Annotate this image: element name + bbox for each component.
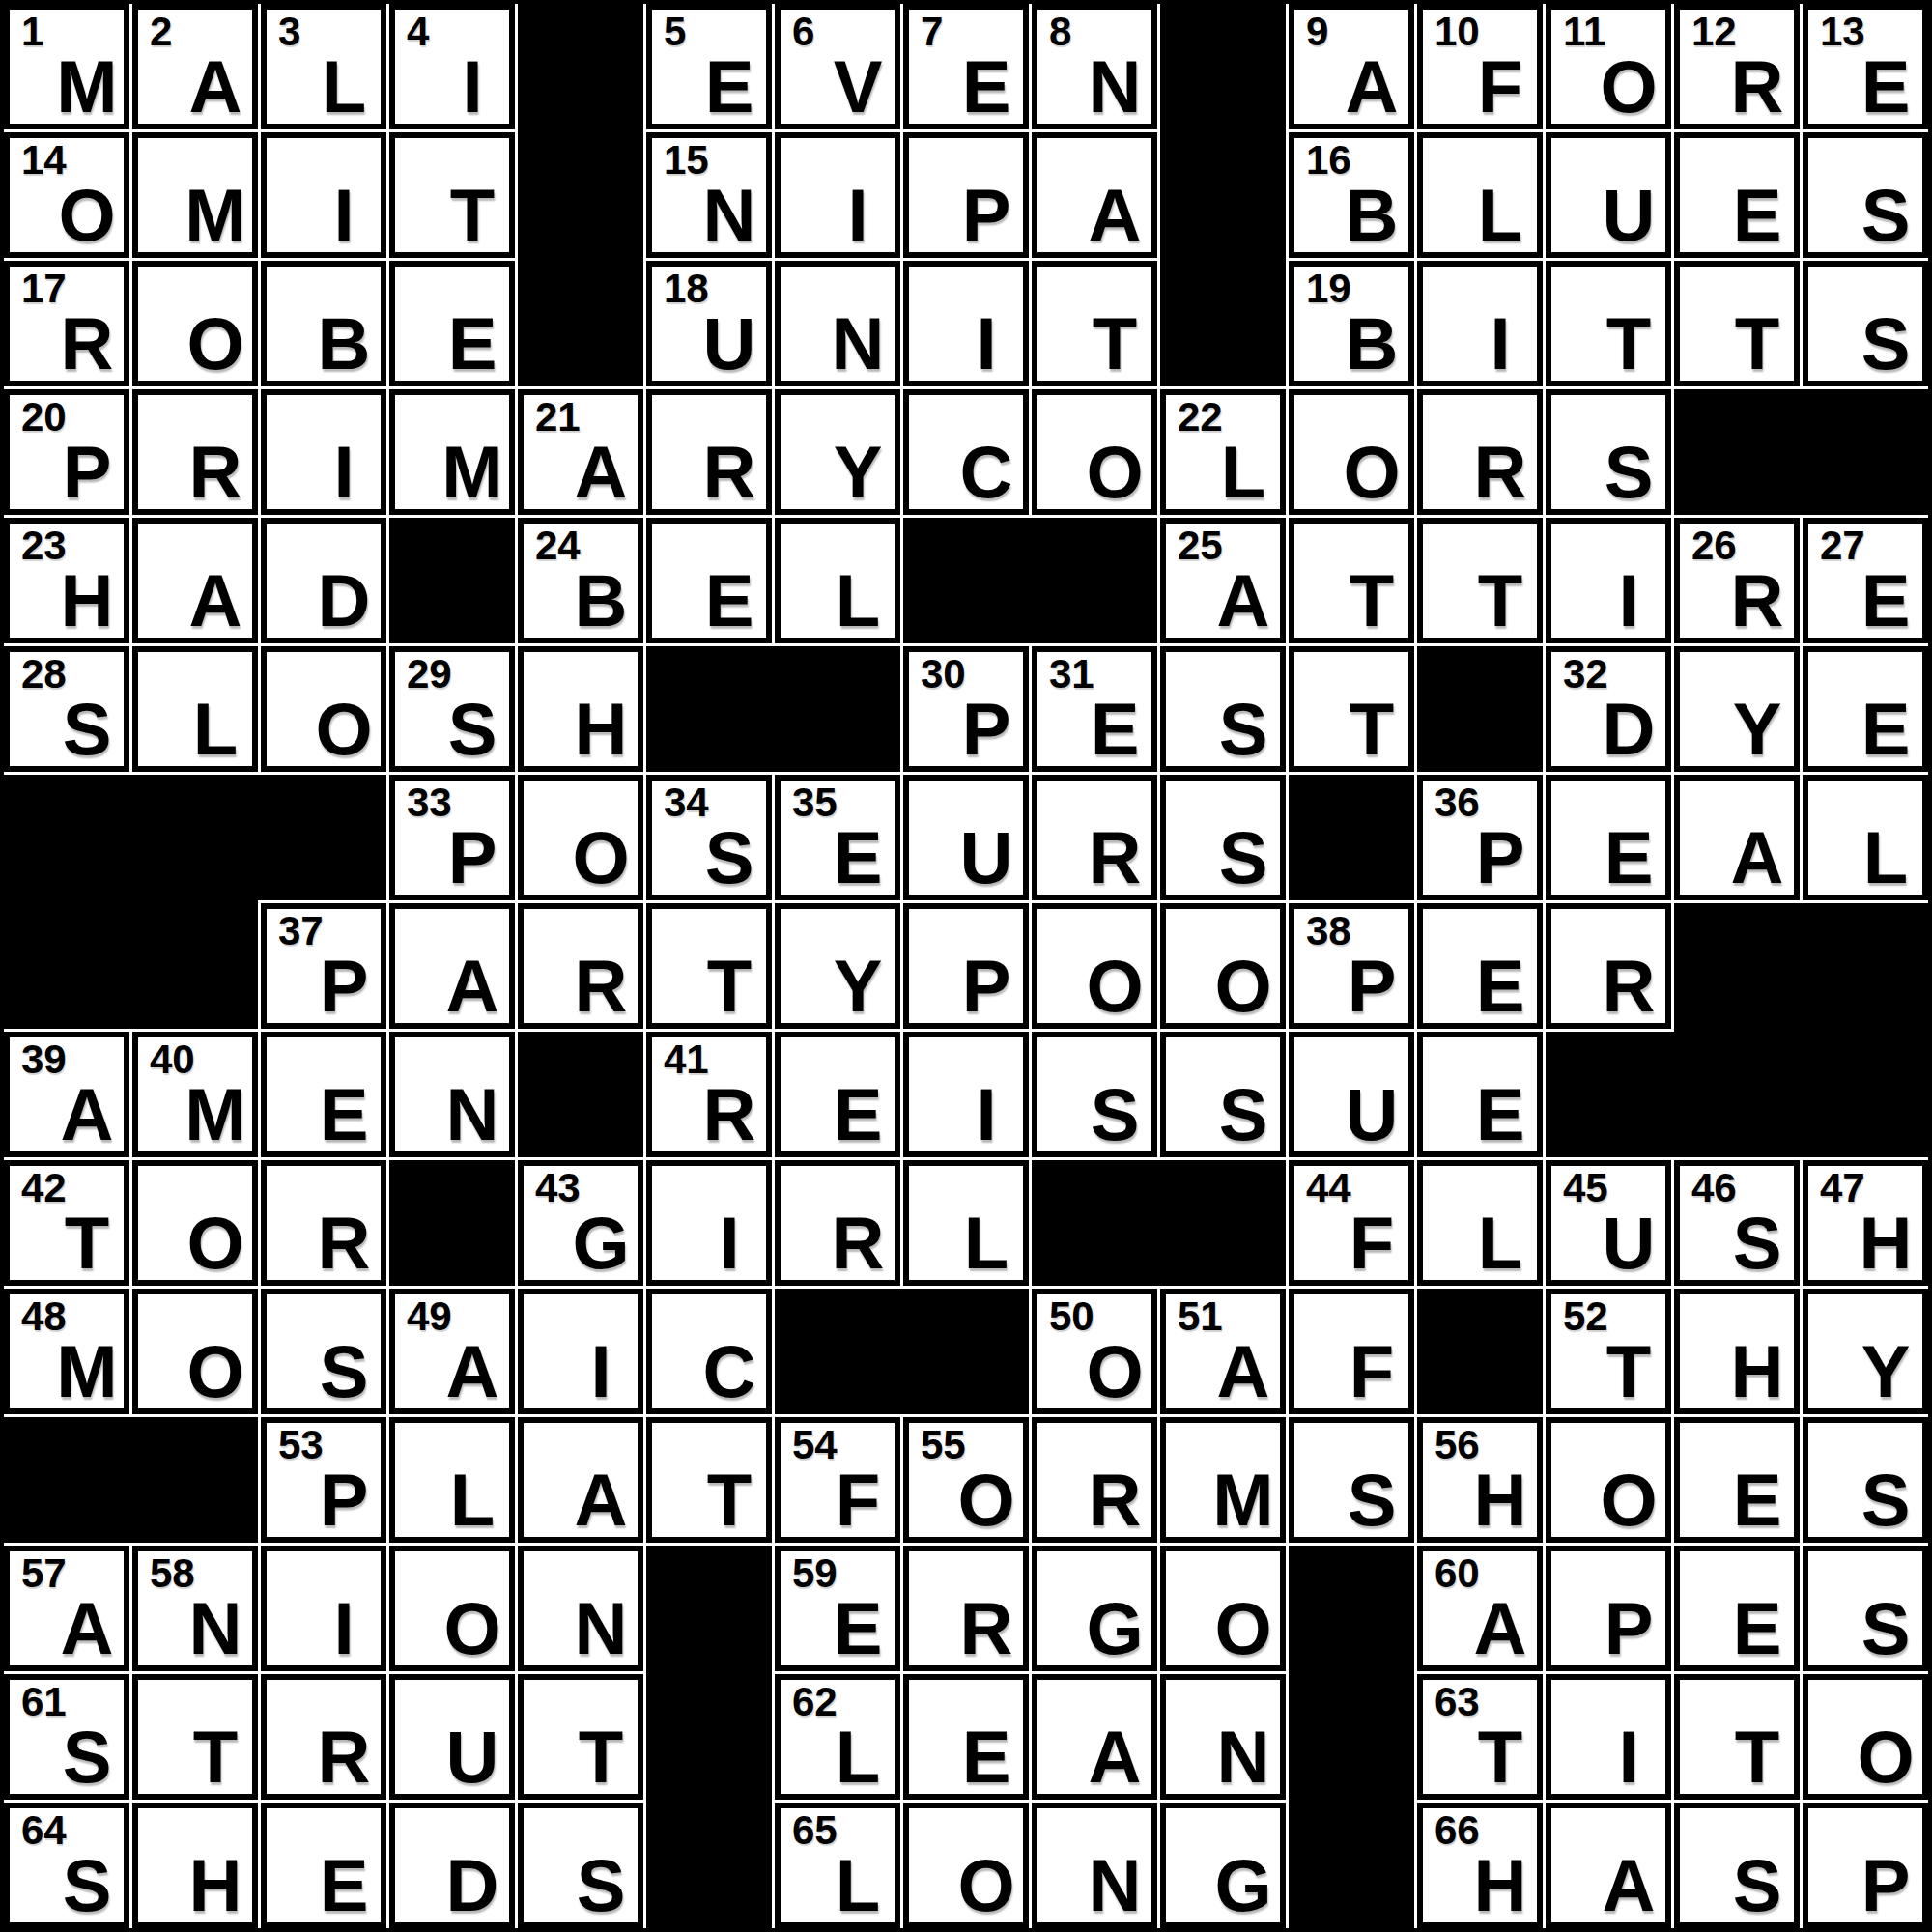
cell-letter: O bbox=[436, 1592, 509, 1665]
cell-r3c11[interactable]: 19B bbox=[1289, 261, 1414, 386]
cell-letter: A bbox=[436, 1335, 509, 1408]
cell-r4c12[interactable]: R bbox=[1417, 389, 1543, 515]
cell-letter: A bbox=[1335, 50, 1408, 124]
cell-letter: L bbox=[1463, 179, 1537, 252]
cell-r2c7[interactable]: I bbox=[775, 132, 900, 258]
clue-number: 54 bbox=[792, 1425, 838, 1465]
clue-number: 39 bbox=[21, 1039, 67, 1080]
cell-letter: R bbox=[179, 436, 252, 509]
cell-r10c1[interactable]: 42T bbox=[4, 1160, 129, 1286]
cell-letter: I bbox=[950, 1078, 1023, 1151]
cell-r13c2[interactable]: 58N bbox=[132, 1546, 258, 1671]
cell-letter: A bbox=[1207, 1335, 1280, 1408]
cell-r9c11[interactable]: U bbox=[1289, 1032, 1414, 1157]
cell-r3c8[interactable]: I bbox=[903, 261, 1029, 386]
cell-r13c7[interactable]: 59E bbox=[775, 1546, 900, 1671]
cell-letter: A bbox=[1078, 1720, 1151, 1794]
cell-r10c12[interactable]: L bbox=[1417, 1160, 1543, 1286]
cell-letter: O bbox=[1078, 1335, 1151, 1408]
cell-r2c6[interactable]: 15N bbox=[646, 132, 772, 258]
cell-r6c10[interactable]: S bbox=[1160, 646, 1286, 772]
cell-r6c4[interactable]: 29S bbox=[389, 646, 515, 772]
cell-letter: U bbox=[436, 1720, 509, 1794]
cell-r5c8 bbox=[903, 518, 1029, 643]
cell-r1c11[interactable]: 9A bbox=[1289, 4, 1414, 129]
cell-r14c5[interactable]: T bbox=[518, 1674, 643, 1800]
cell-r14c7[interactable]: 62L bbox=[775, 1674, 900, 1800]
cell-r13c4[interactable]: O bbox=[389, 1546, 515, 1671]
clue-number: 20 bbox=[21, 397, 67, 438]
cell-r7c15[interactable]: L bbox=[1803, 775, 1928, 900]
cell-r6c6 bbox=[646, 646, 772, 772]
cell-r15c2[interactable]: H bbox=[132, 1803, 258, 1928]
clue-number: 25 bbox=[1178, 526, 1223, 566]
cell-r11c2[interactable]: O bbox=[132, 1289, 258, 1414]
cell-r7c10[interactable]: S bbox=[1160, 775, 1286, 900]
cell-letter: P bbox=[950, 179, 1023, 252]
cell-r1c3[interactable]: 3L bbox=[261, 4, 386, 129]
cell-r7c14[interactable]: A bbox=[1674, 775, 1800, 900]
cell-r4c4[interactable]: M bbox=[389, 389, 515, 515]
cell-letter: N bbox=[693, 179, 766, 252]
cell-r14c12[interactable]: 63T bbox=[1417, 1674, 1543, 1800]
cell-letter: S bbox=[1849, 179, 1922, 252]
cell-r7c1 bbox=[4, 775, 129, 900]
cell-r5c10[interactable]: 25A bbox=[1160, 518, 1286, 643]
cell-letter: I bbox=[693, 1207, 766, 1280]
cell-r9c6[interactable]: 41R bbox=[646, 1032, 772, 1157]
cell-r10c3[interactable]: R bbox=[261, 1160, 386, 1286]
cell-r7c6[interactable]: 34S bbox=[646, 775, 772, 900]
cell-r8c8[interactable]: P bbox=[903, 903, 1029, 1029]
cell-r4c2[interactable]: R bbox=[132, 389, 258, 515]
cell-letter: R bbox=[1078, 821, 1151, 895]
cell-r12c14[interactable]: E bbox=[1674, 1417, 1800, 1543]
cell-r13c15[interactable]: S bbox=[1803, 1546, 1928, 1671]
cell-r9c10[interactable]: S bbox=[1160, 1032, 1286, 1157]
cell-r5c14[interactable]: 26R bbox=[1674, 518, 1800, 643]
cell-letter: B bbox=[1335, 307, 1408, 381]
cell-r10c15[interactable]: 47H bbox=[1803, 1160, 1928, 1286]
cell-r11c5[interactable]: I bbox=[518, 1289, 643, 1414]
cell-r8c1 bbox=[4, 903, 129, 1029]
cell-r9c7[interactable]: E bbox=[775, 1032, 900, 1157]
cell-r3c6[interactable]: 18U bbox=[646, 261, 772, 386]
cell-r11c11[interactable]: F bbox=[1289, 1289, 1414, 1414]
cell-letter: R bbox=[1463, 436, 1537, 509]
cell-r3c5 bbox=[518, 261, 643, 386]
cell-r2c8[interactable]: P bbox=[903, 132, 1029, 258]
cell-r4c8[interactable]: C bbox=[903, 389, 1029, 515]
cell-r3c7[interactable]: N bbox=[775, 261, 900, 386]
cell-r6c7 bbox=[775, 646, 900, 772]
cell-r1c14[interactable]: 12R bbox=[1674, 4, 1800, 129]
cell-r6c5[interactable]: H bbox=[518, 646, 643, 772]
cell-r6c15[interactable]: E bbox=[1803, 646, 1928, 772]
cell-letter: Y bbox=[1720, 693, 1794, 766]
cell-r3c4[interactable]: E bbox=[389, 261, 515, 386]
cell-r1c15[interactable]: 13E bbox=[1803, 4, 1928, 129]
cell-r11c14[interactable]: H bbox=[1674, 1289, 1800, 1414]
clue-number: 37 bbox=[278, 911, 324, 952]
cell-r7c2 bbox=[132, 775, 258, 900]
cell-r6c13[interactable]: 32D bbox=[1546, 646, 1671, 772]
cell-r3c15[interactable]: S bbox=[1803, 261, 1928, 386]
cell-letter: G bbox=[564, 1207, 638, 1280]
clue-number: 49 bbox=[407, 1296, 452, 1337]
cell-r9c14 bbox=[1674, 1032, 1800, 1157]
cell-r4c14 bbox=[1674, 389, 1800, 515]
cell-letter: S bbox=[1078, 1078, 1151, 1151]
cell-letter: E bbox=[950, 50, 1023, 124]
cell-r7c9[interactable]: R bbox=[1032, 775, 1157, 900]
cell-r15c3[interactable]: E bbox=[261, 1803, 386, 1928]
cell-r2c1[interactable]: 14O bbox=[4, 132, 129, 258]
cell-r15c4[interactable]: D bbox=[389, 1803, 515, 1928]
cell-r15c1[interactable]: 64S bbox=[4, 1803, 129, 1928]
cell-r13c1[interactable]: 57A bbox=[4, 1546, 129, 1671]
cell-r1c2[interactable]: 2A bbox=[132, 4, 258, 129]
cell-r10c2[interactable]: O bbox=[132, 1160, 258, 1286]
cell-r11c4[interactable]: 49A bbox=[389, 1289, 515, 1414]
cell-letter: S bbox=[436, 693, 509, 766]
cell-r8c12[interactable]: E bbox=[1417, 903, 1543, 1029]
cell-letter: O bbox=[1078, 436, 1151, 509]
cell-r2c9[interactable]: A bbox=[1032, 132, 1157, 258]
cell-letter: P bbox=[950, 950, 1023, 1023]
cell-r8c6[interactable]: T bbox=[646, 903, 772, 1029]
cell-letter: M bbox=[50, 50, 124, 124]
cell-r12c3[interactable]: 53P bbox=[261, 1417, 386, 1543]
cell-r5c5[interactable]: 24B bbox=[518, 518, 643, 643]
clue-number: 8 bbox=[1049, 12, 1071, 52]
cell-r9c2[interactable]: 40M bbox=[132, 1032, 258, 1157]
cell-r13c8[interactable]: R bbox=[903, 1546, 1029, 1671]
cell-r4c13[interactable]: S bbox=[1546, 389, 1671, 515]
cell-r15c7[interactable]: 65L bbox=[775, 1803, 900, 1928]
cell-letter: V bbox=[821, 50, 895, 124]
cell-r3c1[interactable]: 17R bbox=[4, 261, 129, 386]
cell-letter: D bbox=[307, 564, 381, 638]
cell-r15c5[interactable]: S bbox=[518, 1803, 643, 1928]
cell-letter: F bbox=[1335, 1207, 1408, 1280]
cell-letter: N bbox=[179, 1592, 252, 1665]
cell-letter: N bbox=[564, 1592, 638, 1665]
cell-r3c12[interactable]: I bbox=[1417, 261, 1543, 386]
cell-letter: I bbox=[564, 1335, 638, 1408]
cell-r1c1[interactable]: 1M bbox=[4, 4, 129, 129]
cell-r12c10[interactable]: M bbox=[1160, 1417, 1286, 1543]
cell-r6c11[interactable]: T bbox=[1289, 646, 1414, 772]
cell-letter: E bbox=[950, 1720, 1023, 1794]
cell-r6c1[interactable]: 28S bbox=[4, 646, 129, 772]
cell-r13c6 bbox=[646, 1546, 772, 1671]
cell-letter: U bbox=[1592, 1207, 1665, 1280]
cell-r13c9[interactable]: G bbox=[1032, 1546, 1157, 1671]
clue-number: 57 bbox=[21, 1553, 67, 1594]
cell-r9c8[interactable]: I bbox=[903, 1032, 1029, 1157]
cell-r5c7[interactable]: L bbox=[775, 518, 900, 643]
cell-r14c9[interactable]: A bbox=[1032, 1674, 1157, 1800]
cell-r13c10[interactable]: O bbox=[1160, 1546, 1286, 1671]
cell-letter: R bbox=[307, 1720, 381, 1794]
cell-r14c8[interactable]: E bbox=[903, 1674, 1029, 1800]
cell-r12c11[interactable]: S bbox=[1289, 1417, 1414, 1543]
cell-r14c13[interactable]: I bbox=[1546, 1674, 1671, 1800]
cell-r15c8[interactable]: O bbox=[903, 1803, 1029, 1928]
clue-number: 4 bbox=[407, 12, 429, 52]
cell-letter: O bbox=[1207, 950, 1280, 1023]
cell-letter: A bbox=[436, 950, 509, 1023]
cell-r1c8[interactable]: 7E bbox=[903, 4, 1029, 129]
cell-r10c11[interactable]: 44F bbox=[1289, 1160, 1414, 1286]
cell-r15c9[interactable]: N bbox=[1032, 1803, 1157, 1928]
cell-letter: I bbox=[950, 307, 1023, 381]
cell-r14c14[interactable]: T bbox=[1674, 1674, 1800, 1800]
cell-r10c14[interactable]: 46S bbox=[1674, 1160, 1800, 1286]
cell-letter: S bbox=[1849, 1463, 1922, 1537]
cell-letter: O bbox=[307, 693, 381, 766]
cell-r7c12[interactable]: 36P bbox=[1417, 775, 1543, 900]
cell-letter: F bbox=[1335, 1335, 1408, 1408]
cell-r9c12[interactable]: E bbox=[1417, 1032, 1543, 1157]
cell-letter: L bbox=[179, 693, 252, 766]
cell-r12c4[interactable]: L bbox=[389, 1417, 515, 1543]
cell-r11c3[interactable]: S bbox=[261, 1289, 386, 1414]
cell-letter: L bbox=[1849, 821, 1922, 895]
cell-r7c5[interactable]: O bbox=[518, 775, 643, 900]
cell-r7c7[interactable]: 35E bbox=[775, 775, 900, 900]
cell-r8c13[interactable]: R bbox=[1546, 903, 1671, 1029]
cell-r12c12[interactable]: 56H bbox=[1417, 1417, 1543, 1543]
cell-r7c13[interactable]: E bbox=[1546, 775, 1671, 900]
cell-r11c6[interactable]: C bbox=[646, 1289, 772, 1414]
cell-r7c11 bbox=[1289, 775, 1414, 900]
cell-r10c8[interactable]: L bbox=[903, 1160, 1029, 1286]
cell-r13c13[interactable]: P bbox=[1546, 1546, 1671, 1671]
cell-r2c14[interactable]: E bbox=[1674, 132, 1800, 258]
cell-r15c14[interactable]: S bbox=[1674, 1803, 1800, 1928]
cell-r4c11[interactable]: O bbox=[1289, 389, 1414, 515]
cell-r9c9[interactable]: S bbox=[1032, 1032, 1157, 1157]
cell-r5c2[interactable]: A bbox=[132, 518, 258, 643]
cell-r1c7[interactable]: 6V bbox=[775, 4, 900, 129]
cell-r5c11[interactable]: T bbox=[1289, 518, 1414, 643]
cell-r11c13[interactable]: 52T bbox=[1546, 1289, 1671, 1414]
cell-letter: T bbox=[436, 179, 509, 252]
cell-r5c6[interactable]: E bbox=[646, 518, 772, 643]
cell-letter: L bbox=[950, 1207, 1023, 1280]
clue-number: 61 bbox=[21, 1682, 67, 1722]
clue-number: 44 bbox=[1306, 1168, 1351, 1208]
cell-r13c12[interactable]: 60A bbox=[1417, 1546, 1543, 1671]
cell-letter: O bbox=[1592, 1463, 1665, 1537]
cell-letter: R bbox=[693, 1078, 766, 1151]
clue-number: 36 bbox=[1435, 782, 1480, 823]
cell-r14c10[interactable]: N bbox=[1160, 1674, 1286, 1800]
cell-r4c7[interactable]: Y bbox=[775, 389, 900, 515]
cell-r5c12[interactable]: T bbox=[1417, 518, 1543, 643]
cell-r10c6[interactable]: I bbox=[646, 1160, 772, 1286]
cell-r4c5[interactable]: 21A bbox=[518, 389, 643, 515]
cell-letter: L bbox=[1207, 436, 1280, 509]
cell-letter: N bbox=[821, 307, 895, 381]
cell-letter: H bbox=[1463, 1849, 1537, 1922]
cell-r2c2[interactable]: M bbox=[132, 132, 258, 258]
cell-r6c9[interactable]: 31E bbox=[1032, 646, 1157, 772]
cell-r7c4[interactable]: 33P bbox=[389, 775, 515, 900]
clue-number: 45 bbox=[1563, 1168, 1608, 1208]
cell-letter: A bbox=[1207, 564, 1280, 638]
clue-number: 62 bbox=[792, 1682, 838, 1722]
cell-r12c9[interactable]: R bbox=[1032, 1417, 1157, 1543]
cell-letter: P bbox=[307, 950, 381, 1023]
cell-r15c15[interactable]: P bbox=[1803, 1803, 1928, 1928]
cell-r14c4[interactable]: U bbox=[389, 1674, 515, 1800]
cell-r2c13[interactable]: U bbox=[1546, 132, 1671, 258]
cell-letter: T bbox=[693, 1463, 766, 1537]
cell-letter: O bbox=[1335, 436, 1408, 509]
cell-r3c13[interactable]: T bbox=[1546, 261, 1671, 386]
cell-r14c2[interactable]: T bbox=[132, 1674, 258, 1800]
cell-r7c3 bbox=[261, 775, 386, 900]
clue-number: 32 bbox=[1563, 654, 1608, 695]
cell-r6c3[interactable]: O bbox=[261, 646, 386, 772]
cell-r8c5[interactable]: R bbox=[518, 903, 643, 1029]
cell-r15c10[interactable]: G bbox=[1160, 1803, 1286, 1928]
cell-r1c12[interactable]: 10F bbox=[1417, 4, 1543, 129]
cell-r3c14[interactable]: T bbox=[1674, 261, 1800, 386]
cell-r1c6[interactable]: 5E bbox=[646, 4, 772, 129]
cell-letter: P bbox=[50, 436, 124, 509]
cell-r2c5 bbox=[518, 132, 643, 258]
cell-r11c1[interactable]: 48M bbox=[4, 1289, 129, 1414]
cell-r3c2[interactable]: O bbox=[132, 261, 258, 386]
cell-letter: E bbox=[693, 50, 766, 124]
cell-r10c5[interactable]: 43G bbox=[518, 1160, 643, 1286]
cell-letter: N bbox=[436, 1078, 509, 1151]
cell-r5c1[interactable]: 23H bbox=[4, 518, 129, 643]
cell-r13c11 bbox=[1289, 1546, 1414, 1671]
cell-r2c12[interactable]: L bbox=[1417, 132, 1543, 258]
cell-letter: T bbox=[564, 1720, 638, 1794]
cell-r6c14[interactable]: Y bbox=[1674, 646, 1800, 772]
cell-letter: T bbox=[1078, 307, 1151, 381]
cell-r14c11 bbox=[1289, 1674, 1414, 1800]
cell-r12c5[interactable]: A bbox=[518, 1417, 643, 1543]
cell-r14c1[interactable]: 61S bbox=[4, 1674, 129, 1800]
cell-r8c9[interactable]: O bbox=[1032, 903, 1157, 1029]
cell-letter: M bbox=[179, 1078, 252, 1151]
cell-r1c9[interactable]: 8N bbox=[1032, 4, 1157, 129]
cell-letter: O bbox=[1849, 1720, 1922, 1794]
cell-r10c7[interactable]: R bbox=[775, 1160, 900, 1286]
clue-number: 7 bbox=[921, 12, 943, 52]
cell-r2c4[interactable]: T bbox=[389, 132, 515, 258]
cell-r2c15[interactable]: S bbox=[1803, 132, 1928, 258]
cell-r10c13[interactable]: 45U bbox=[1546, 1160, 1671, 1286]
cell-r9c15 bbox=[1803, 1032, 1928, 1157]
cell-r15c13[interactable]: A bbox=[1546, 1803, 1671, 1928]
cell-letter: H bbox=[179, 1849, 252, 1922]
cell-r13c14[interactable]: E bbox=[1674, 1546, 1800, 1671]
clue-number: 60 bbox=[1435, 1553, 1480, 1594]
cell-r4c6[interactable]: R bbox=[646, 389, 772, 515]
cell-r12c7[interactable]: 54F bbox=[775, 1417, 900, 1543]
cell-r6c8[interactable]: 30P bbox=[903, 646, 1029, 772]
cell-r9c3[interactable]: E bbox=[261, 1032, 386, 1157]
cell-r14c3[interactable]: R bbox=[261, 1674, 386, 1800]
cell-letter: H bbox=[50, 564, 124, 638]
cell-r3c3[interactable]: B bbox=[261, 261, 386, 386]
cell-r5c15[interactable]: 27E bbox=[1803, 518, 1928, 643]
clue-number: 24 bbox=[535, 526, 581, 566]
cell-r8c10[interactable]: O bbox=[1160, 903, 1286, 1029]
cell-r12c15[interactable]: S bbox=[1803, 1417, 1928, 1543]
cell-r8c11[interactable]: 38P bbox=[1289, 903, 1414, 1029]
cell-r6c2[interactable]: L bbox=[132, 646, 258, 772]
cell-r1c13[interactable]: 11O bbox=[1546, 4, 1671, 129]
clue-number: 28 bbox=[21, 654, 67, 695]
cell-r9c4[interactable]: N bbox=[389, 1032, 515, 1157]
cell-r4c9[interactable]: O bbox=[1032, 389, 1157, 515]
cell-r11c9[interactable]: 50O bbox=[1032, 1289, 1157, 1414]
cell-letter: I bbox=[307, 1592, 381, 1665]
cell-r5c3[interactable]: D bbox=[261, 518, 386, 643]
cell-letter: B bbox=[564, 564, 638, 638]
cell-letter: P bbox=[950, 693, 1023, 766]
clue-number: 6 bbox=[792, 12, 814, 52]
cell-r7c8[interactable]: U bbox=[903, 775, 1029, 900]
clue-number: 2 bbox=[150, 12, 172, 52]
cell-letter: O bbox=[950, 1463, 1023, 1537]
cell-letter: R bbox=[1720, 50, 1794, 124]
cell-r12c6[interactable]: T bbox=[646, 1417, 772, 1543]
cell-r13c3[interactable]: I bbox=[261, 1546, 386, 1671]
cell-r5c13[interactable]: I bbox=[1546, 518, 1671, 643]
cell-letter: M bbox=[179, 179, 252, 252]
cell-r8c3[interactable]: 37P bbox=[261, 903, 386, 1029]
cell-letter: Y bbox=[821, 950, 895, 1023]
cell-r4c3[interactable]: I bbox=[261, 389, 386, 515]
cell-r1c4[interactable]: 4I bbox=[389, 4, 515, 129]
cell-r15c12[interactable]: 66H bbox=[1417, 1803, 1543, 1928]
cell-letter: A bbox=[564, 1463, 638, 1537]
cell-r11c10[interactable]: 51A bbox=[1160, 1289, 1286, 1414]
cell-r9c1[interactable]: 39A bbox=[4, 1032, 129, 1157]
cell-r13c5[interactable]: N bbox=[518, 1546, 643, 1671]
cell-r8c4[interactable]: A bbox=[389, 903, 515, 1029]
cell-letter: E bbox=[1720, 179, 1794, 252]
clue-number: 17 bbox=[21, 269, 67, 309]
cell-letter: I bbox=[1463, 307, 1537, 381]
cell-r12c8[interactable]: 55O bbox=[903, 1417, 1029, 1543]
cell-r4c10[interactable]: 22L bbox=[1160, 389, 1286, 515]
cell-r4c1[interactable]: 20P bbox=[4, 389, 129, 515]
cell-letter: T bbox=[1335, 693, 1408, 766]
cell-letter: B bbox=[307, 307, 381, 381]
cell-r12c13[interactable]: O bbox=[1546, 1417, 1671, 1543]
cell-r2c3[interactable]: I bbox=[261, 132, 386, 258]
cell-r3c9[interactable]: T bbox=[1032, 261, 1157, 386]
cell-letter: L bbox=[821, 1720, 895, 1794]
cell-r8c7[interactable]: Y bbox=[775, 903, 900, 1029]
cell-r2c11[interactable]: 16B bbox=[1289, 132, 1414, 258]
cell-letter: M bbox=[436, 436, 509, 509]
cell-letter: A bbox=[1463, 1592, 1537, 1665]
cell-r14c15[interactable]: O bbox=[1803, 1674, 1928, 1800]
cell-r11c15[interactable]: Y bbox=[1803, 1289, 1928, 1414]
